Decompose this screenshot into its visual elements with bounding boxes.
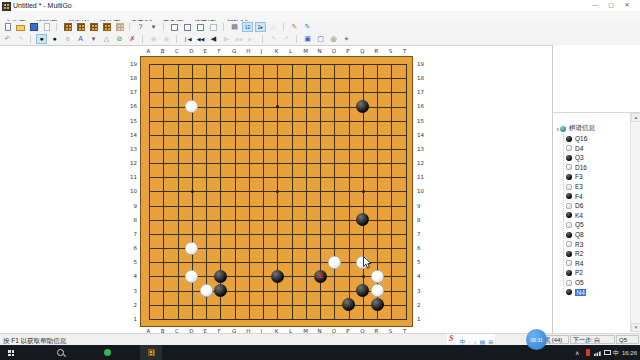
coord-number-left-18: 18 — [125, 75, 137, 81]
coord-letter-top-G: G — [232, 48, 236, 54]
stone-black-F4[interactable] — [214, 270, 227, 283]
stone-black-Q3[interactable] — [356, 284, 369, 297]
tree-move-D16[interactable]: D16 — [566, 163, 587, 172]
variation-up-button[interactable]: ↰ — [268, 34, 279, 44]
board-full-button[interactable] — [62, 22, 73, 32]
next-comment-button[interactable]: ◉ — [161, 34, 172, 44]
coord-number-left-4: 4 — [125, 273, 137, 279]
tree-move-label: O5 — [575, 279, 584, 286]
coord-letter-top-O: O — [332, 48, 336, 54]
tree-move-E3[interactable]: E3 — [566, 182, 583, 191]
coord-letter-top-N: N — [318, 48, 322, 54]
grid-line-horizontal — [149, 319, 407, 320]
coord-letter-top-A: A — [147, 48, 151, 54]
clock[interactable]: 16:26 — [622, 349, 637, 357]
layout-board-only-button[interactable] — [169, 22, 180, 32]
tree-move-label: R3 — [575, 241, 583, 248]
nav-first-button[interactable]: ❘◀ — [182, 34, 193, 44]
tree-move-F4[interactable]: F4 — [566, 192, 583, 201]
toolbar-separator — [30, 35, 31, 43]
tree-move-label: N4 — [575, 289, 586, 296]
coord-number-left-14: 14 — [125, 132, 137, 138]
coord-number-left-2: 2 — [125, 302, 137, 308]
board-half-button[interactable] — [75, 22, 86, 32]
undo-button[interactable]: ↶ — [2, 34, 13, 44]
capture-tray-icon — [116, 23, 124, 31]
stone-black-R2[interactable] — [371, 298, 384, 311]
scroll-down-icon[interactable]: ▼ — [631, 323, 640, 332]
grid-line-vertical — [292, 64, 293, 320]
tree-scrollbar[interactable]: ▲ ▼ — [630, 113, 640, 332]
edit-labels-button[interactable]: ✎ — [302, 22, 313, 32]
taskbar-active-app[interactable] — [140, 345, 162, 360]
tree-move-O5[interactable]: O5 — [566, 278, 584, 287]
status-help-text: 按 F1 以获取帮助信息 — [3, 336, 66, 345]
toolbar-edit-nav: ↶↷●●○A▾△⊘✗◉◉❘◀◀◀◀▶▶▶▶❘↰↱▣▢◎⌖ — [0, 33, 640, 46]
stone-black-Q8[interactable] — [356, 213, 369, 226]
stone-black-N4[interactable] — [314, 270, 327, 283]
display-icon[interactable] — [604, 350, 611, 355]
network-icon[interactable] — [594, 351, 601, 356]
window-title: Untitled * - MultiGo — [13, 1, 72, 10]
nav-forward-button[interactable]: ▶ — [221, 34, 232, 44]
tree-move-P2[interactable]: P2 — [566, 268, 583, 277]
place-white-button[interactable]: ○ — [62, 34, 73, 44]
tree-move-Q3[interactable]: Q3 — [566, 153, 584, 162]
coord-number-right-13: 13 — [417, 146, 429, 152]
black-move-icon — [566, 212, 572, 218]
coord-letter-top-C: C — [175, 48, 179, 54]
coord-number-left-10: 10 — [125, 188, 137, 194]
tree-move-label: F3 — [575, 173, 583, 180]
toolbar-separator — [262, 35, 263, 43]
coord-number-left-1: 1 — [125, 316, 137, 322]
coord-number-right-16: 16 — [417, 103, 429, 109]
mark-triangle-button[interactable]: △ — [101, 34, 112, 44]
coord-number-left-9: 9 — [125, 203, 137, 209]
tree-move-Q8[interactable]: Q8 — [566, 230, 584, 239]
save-file-icon — [30, 23, 38, 31]
help-dropdown-button[interactable]: ▾ — [148, 22, 159, 32]
coord-number-right-8: 8 — [417, 217, 429, 223]
layout-all-button[interactable] — [208, 22, 219, 32]
stone-black-Q16[interactable] — [356, 100, 369, 113]
search-icon[interactable] — [57, 349, 64, 356]
white-move-icon — [566, 241, 572, 247]
status-cursor-coord: Q5 — [616, 335, 639, 344]
minimize-button[interactable]: — — [588, 1, 602, 10]
layout-board-tree-button[interactable] — [182, 22, 193, 32]
move-tree-panel: ∧ 棋谱信息Q16D4Q3D16F3E3F4D6K4Q5Q8R3R2R4P2O5… — [552, 45, 640, 333]
tree-move-label: Q16 — [575, 135, 587, 142]
coord-number-left-7: 7 — [125, 231, 137, 237]
play-move-mode-button[interactable]: ● — [36, 34, 47, 44]
coord-letter-top-M: M — [303, 48, 308, 54]
board-quarter-icon — [90, 23, 98, 31]
screen: { "game": "go", "window": { "title": "Un… — [0, 0, 640, 360]
export-file-button[interactable] — [41, 22, 52, 32]
coord-letter-top-B: B — [161, 48, 165, 54]
grid-line-vertical — [391, 64, 392, 320]
nav-back-10-button[interactable]: ◀◀ — [195, 34, 206, 44]
coord-number-right-1: 1 — [417, 316, 429, 322]
toolbar-separator — [163, 23, 164, 31]
board-half-icon — [77, 23, 85, 31]
black-move-icon — [566, 174, 572, 180]
show-next-move-button[interactable]: 2▸ — [255, 22, 266, 32]
black-move-icon — [566, 289, 572, 295]
grid-line-horizontal — [149, 234, 407, 235]
tree-move-D6[interactable]: D6 — [566, 201, 583, 210]
tree-view-button[interactable]: ▤ — [229, 22, 240, 32]
coord-letter-top-K: K — [275, 48, 279, 54]
white-move-icon — [566, 260, 572, 266]
tree-move-label: R4 — [575, 260, 583, 267]
tree-connector-line — [563, 134, 564, 293]
tray-expand-icon[interactable]: ∧ — [575, 349, 579, 357]
coord-number-left-3: 3 — [125, 288, 137, 294]
white-move-icon — [566, 222, 572, 228]
coord-number-left-5: 5 — [125, 259, 137, 265]
status-next-move: 下一步: 白 — [570, 335, 615, 344]
coord-letter-top-H: H — [246, 48, 250, 54]
coord-number-left-6: 6 — [125, 245, 137, 251]
ime-indicator[interactable]: 中 — [613, 349, 619, 357]
layout-board-tree-icon — [184, 24, 191, 31]
stone-white-R3[interactable] — [371, 284, 384, 297]
tree-move-label: P2 — [575, 269, 583, 276]
scroll-up-icon[interactable]: ▲ — [631, 113, 640, 122]
multigo-app-icon — [148, 349, 155, 356]
ime-logo[interactable]: S — [449, 334, 453, 344]
close-button[interactable]: ✕ — [620, 1, 634, 10]
zoom-board-in-button[interactable]: ▣ — [302, 34, 313, 44]
coord-letter-top-D: D — [189, 48, 193, 54]
tree-move-label: E3 — [575, 183, 583, 190]
export-file-icon — [44, 23, 50, 31]
go-board[interactable]: AABBCCDDEEFFGGHHJJKKLLMMNNOOPPQQRRSSTT19… — [140, 56, 413, 327]
coord-letter-top-P: P — [346, 48, 349, 54]
coord-number-right-2: 2 — [417, 302, 429, 308]
coord-letter-top-F: F — [218, 48, 221, 54]
find-position-button[interactable]: ◎ — [328, 34, 339, 44]
coord-letter-top-R: R — [375, 48, 379, 54]
board-quarter-button[interactable] — [88, 22, 99, 32]
auto-play-button[interactable]: △ — [268, 22, 279, 32]
coord-number-right-12: 12 — [417, 160, 429, 166]
redo-button[interactable]: ↷ — [15, 34, 26, 44]
stone-white-D16[interactable] — [185, 100, 198, 113]
black-move-icon — [566, 270, 572, 276]
new-file-icon — [5, 23, 11, 31]
tree-move-R4[interactable]: R4 — [566, 259, 583, 268]
stone-black-P2[interactable] — [342, 298, 355, 311]
coord-letter-top-S: S — [389, 48, 393, 54]
layout-all-icon — [210, 24, 217, 31]
black-move-icon — [566, 232, 572, 238]
label-letter-button[interactable]: A — [75, 34, 86, 44]
coord-number-right-9: 9 — [417, 203, 429, 209]
tree-move-label: R2 — [575, 250, 583, 257]
new-file-button[interactable] — [2, 22, 13, 32]
toolbar-separator — [296, 35, 297, 43]
coord-number-left-15: 15 — [125, 118, 137, 124]
stone-black-K4[interactable] — [271, 270, 284, 283]
title-bar: Untitled * - MultiGo — ▢ ✕ — [0, 0, 640, 11]
tree-move-K4[interactable]: K4 — [566, 211, 583, 220]
stone-white-E3[interactable] — [200, 284, 213, 297]
floating-timer-bubble[interactable]: 08:31 — [526, 329, 547, 350]
tree-move-label: D6 — [575, 202, 583, 209]
stone-tools-icon — [103, 23, 111, 31]
layout-board-info-icon — [197, 24, 204, 31]
coord-number-right-4: 4 — [417, 273, 429, 279]
coord-number-right-15: 15 — [417, 118, 429, 124]
bubble-text: 08:31 — [530, 337, 543, 343]
tree-move-label: D16 — [575, 164, 587, 171]
tray-red-icon[interactable] — [586, 349, 590, 356]
white-move-icon — [566, 203, 572, 209]
maximize-button[interactable]: ▢ — [604, 1, 618, 10]
stone-white-R4[interactable] — [371, 270, 384, 283]
nav-forward-10-button[interactable]: ▶▶ — [234, 34, 245, 44]
grid-line-vertical — [349, 64, 350, 320]
help-button[interactable]: ? — [135, 22, 146, 32]
coord-letter-top-E: E — [204, 48, 207, 54]
pass-move-button[interactable]: ⊘ — [114, 34, 125, 44]
coord-number-right-17: 17 — [417, 89, 429, 95]
black-move-icon — [566, 155, 572, 161]
coord-number-left-17: 17 — [125, 89, 137, 95]
black-move-icon — [566, 251, 572, 257]
grid-line-horizontal — [149, 206, 407, 207]
game-info-icon — [560, 126, 566, 132]
grid-line-vertical — [306, 64, 307, 320]
stone-white-D4[interactable] — [185, 270, 198, 283]
tree-move-N4[interactable]: N4 — [566, 288, 586, 297]
coord-letter-top-J: J — [261, 48, 263, 54]
tree-move-label: K4 — [575, 212, 583, 219]
stone-tools-button[interactable] — [101, 22, 112, 32]
tree-move-D4[interactable]: D4 — [566, 144, 583, 153]
coord-number-right-7: 7 — [417, 231, 429, 237]
grid-line-vertical — [334, 64, 335, 320]
coord-number-right-3: 3 — [417, 288, 429, 294]
app-icon — [2, 2, 11, 11]
panel-divider — [553, 112, 640, 113]
last-move-marker — [317, 273, 323, 278]
variation-down-button[interactable]: ↱ — [281, 34, 292, 44]
layout-board-info-button[interactable] — [195, 22, 206, 32]
black-move-icon — [566, 136, 572, 142]
tree-move-Q5[interactable]: Q5 — [566, 220, 584, 229]
white-move-icon — [566, 184, 572, 190]
stone-white-O5[interactable] — [328, 256, 341, 269]
stone-white-D6[interactable] — [185, 242, 198, 255]
coord-number-right-19: 19 — [417, 61, 429, 67]
nav-back-button[interactable]: ◀ — [208, 34, 219, 44]
coord-number-left-11: 11 — [125, 174, 137, 180]
tree-move-label: Q5 — [575, 221, 584, 228]
grid-line-horizontal — [149, 305, 407, 306]
stone-black-F3[interactable] — [214, 284, 227, 297]
capture-tray-button[interactable] — [114, 22, 125, 32]
coord-letter-top-T: T — [403, 48, 406, 54]
tree-move-F3[interactable]: F3 — [566, 172, 583, 181]
toolbar-separator — [176, 35, 177, 43]
open-file-button[interactable] — [15, 22, 26, 32]
grid-line-vertical — [406, 64, 407, 320]
white-move-icon — [566, 280, 572, 286]
green-app-icon[interactable] — [104, 349, 111, 356]
toolbar-separator — [283, 23, 284, 31]
mouse-cursor — [363, 256, 372, 269]
find-next-button[interactable]: ⌖ — [341, 34, 352, 44]
black-move-icon — [566, 193, 572, 199]
board-full-icon — [64, 23, 72, 31]
toolbar-separator — [129, 23, 130, 31]
save-file-button[interactable] — [28, 22, 39, 32]
layout-board-only-icon — [171, 24, 178, 31]
coord-number-right-5: 5 — [417, 259, 429, 265]
toolbar-separator — [223, 23, 224, 31]
white-move-icon — [566, 145, 572, 151]
tree-move-label: F4 — [575, 193, 583, 200]
coord-number-right-14: 14 — [417, 132, 429, 138]
nav-last-button[interactable]: ▶❘ — [247, 34, 258, 44]
coord-number-left-8: 8 — [125, 217, 137, 223]
tree-root-label: 棋谱信息 — [569, 124, 595, 133]
coord-number-left-12: 12 — [125, 160, 137, 166]
edit-marks-button[interactable]: ✎ — [289, 22, 300, 32]
tree-move-label: Q8 — [575, 231, 584, 238]
coord-number-left-13: 13 — [125, 146, 137, 152]
delete-node-button[interactable]: ✗ — [127, 34, 138, 44]
start-button-icon[interactable] — [7, 349, 14, 356]
tree-move-label: Q3 — [575, 154, 584, 161]
label-dropdown-button[interactable]: ▾ — [88, 34, 99, 44]
tree-move-R2[interactable]: R2 — [566, 249, 583, 258]
coord-number-right-11: 11 — [417, 174, 429, 180]
tree-move-label: D4 — [575, 145, 583, 152]
tree-move-R3[interactable]: R3 — [566, 240, 583, 249]
coord-number-right-6: 6 — [417, 245, 429, 251]
ime-bar[interactable]: S 中·↓▤⊞ — [447, 334, 495, 344]
tree-move-Q16[interactable]: Q16 — [566, 134, 587, 143]
coord-letter-top-Q: Q — [360, 48, 364, 54]
toolbar-separator — [56, 23, 57, 31]
show-move-numbers-button[interactable]: 12 — [242, 22, 253, 32]
coord-letter-top-L: L — [289, 48, 292, 54]
white-move-icon — [566, 164, 572, 170]
open-file-icon — [16, 25, 25, 31]
coord-number-left-16: 16 — [125, 103, 137, 109]
prev-comment-button[interactable]: ◉ — [148, 34, 159, 44]
zoom-board-out-button[interactable]: ▢ — [315, 34, 326, 44]
tree-root-item[interactable]: 棋谱信息 — [560, 124, 595, 133]
toolbar-separator — [142, 35, 143, 43]
coord-number-left-19: 19 — [125, 61, 137, 67]
taskbar: ∧ 中 16:26 — [0, 345, 640, 360]
place-black-button[interactable]: ● — [49, 34, 60, 44]
coord-number-right-10: 10 — [417, 188, 429, 194]
coord-number-right-18: 18 — [417, 75, 429, 81]
